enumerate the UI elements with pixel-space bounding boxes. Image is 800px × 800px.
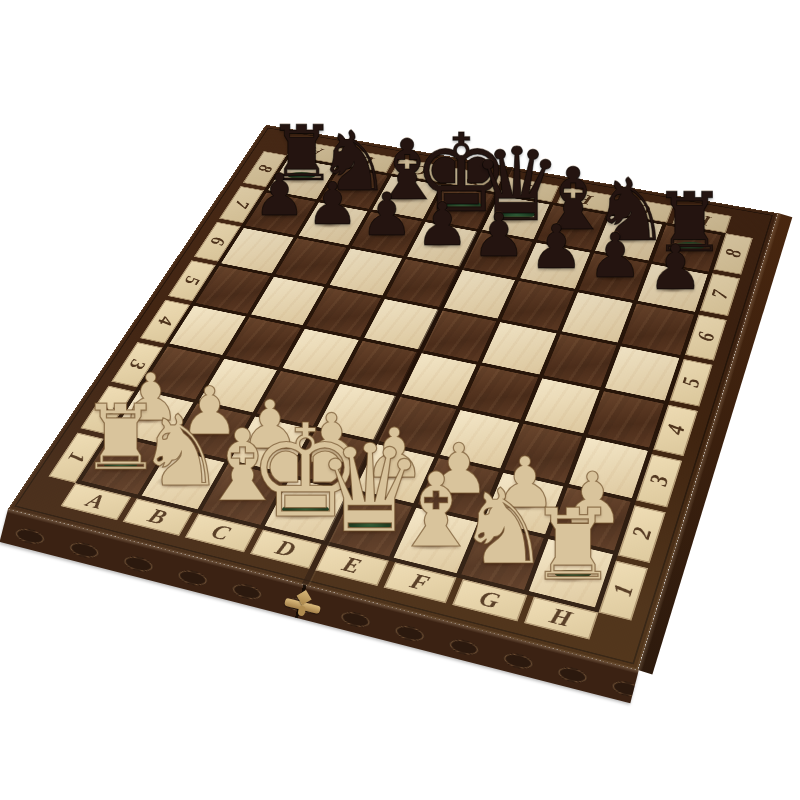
square-h6[interactable] [622, 304, 693, 355]
square-f5[interactable] [482, 322, 556, 374]
clasp-knob [297, 605, 306, 616]
square-g6[interactable] [561, 292, 633, 342]
piece-white-rook-h1[interactable]: ♜ [524, 496, 623, 595]
piece-black-pawn-c7[interactable]: ♟ [357, 185, 416, 244]
square-g5[interactable] [543, 334, 617, 387]
square-h5[interactable] [606, 346, 680, 400]
square-f6[interactable] [502, 281, 574, 330]
piece-black-pawn-a7[interactable]: ♟ [250, 166, 308, 224]
piece-black-pawn-e7[interactable]: ♟ [469, 205, 529, 265]
square-g4[interactable] [524, 378, 600, 434]
piece-black-pawn-b7[interactable]: ♟ [303, 175, 362, 234]
piece-black-pawn-h7[interactable]: ♟ [644, 237, 706, 299]
square-h4[interactable] [588, 391, 664, 448]
piece-black-pawn-f7[interactable]: ♟ [526, 216, 587, 277]
square-f4[interactable] [462, 365, 538, 420]
piece-black-pawn-d7[interactable]: ♟ [412, 195, 472, 255]
piece-black-pawn-g7[interactable]: ♟ [584, 226, 646, 288]
photo-canvas: ABCDEFGH ABCDEFGH 87654321 87654321 ♜♞♝♚… [0, 0, 800, 800]
